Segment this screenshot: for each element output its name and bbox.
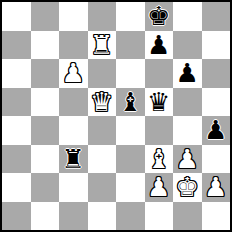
square-a5[interactable] [2, 88, 31, 117]
white-rook-icon: ♜ [90, 32, 113, 58]
square-b3[interactable] [31, 145, 60, 174]
square-g5[interactable] [173, 88, 202, 117]
square-b4[interactable] [31, 116, 60, 145]
square-b5[interactable] [31, 88, 60, 117]
square-f6[interactable] [145, 59, 174, 88]
white-bishop-icon: ♝ [147, 146, 170, 172]
square-h5[interactable] [202, 88, 231, 117]
white-king-icon: ♚ [176, 174, 199, 200]
square-c5[interactable] [59, 88, 88, 117]
square-d2[interactable] [88, 173, 117, 202]
square-d1[interactable] [88, 202, 117, 231]
white-queen-icon: ♛ [90, 89, 113, 115]
square-d7[interactable]: ♜ [88, 31, 117, 60]
square-g2[interactable]: ♚ [173, 173, 202, 202]
black-king-icon: ♚ [147, 3, 170, 29]
square-h3[interactable] [202, 145, 231, 174]
square-g8[interactable] [173, 2, 202, 31]
square-h4[interactable]: ♟ [202, 116, 231, 145]
square-d6[interactable] [88, 59, 117, 88]
square-d5[interactable]: ♛ [88, 88, 117, 117]
square-f2[interactable]: ♟ [145, 173, 174, 202]
square-h2[interactable]: ♟ [202, 173, 231, 202]
square-h1[interactable] [202, 202, 231, 231]
square-c1[interactable] [59, 202, 88, 231]
square-c8[interactable] [59, 2, 88, 31]
square-g6[interactable]: ♟ [173, 59, 202, 88]
square-b1[interactable] [31, 202, 60, 231]
square-f5[interactable]: ♛ [145, 88, 174, 117]
chess-board: ♚♜♟♟♟♛♝♛♟♜♝♟♟♚♟ [0, 0, 232, 232]
square-a2[interactable] [2, 173, 31, 202]
black-pawn-icon: ♟ [204, 117, 227, 143]
white-pawn-icon: ♟ [204, 174, 227, 200]
square-g7[interactable] [173, 31, 202, 60]
square-b8[interactable] [31, 2, 60, 31]
square-a8[interactable] [2, 2, 31, 31]
square-f7[interactable]: ♟ [145, 31, 174, 60]
square-c2[interactable] [59, 173, 88, 202]
square-d4[interactable] [88, 116, 117, 145]
square-g4[interactable] [173, 116, 202, 145]
square-a7[interactable] [2, 31, 31, 60]
square-e2[interactable] [116, 173, 145, 202]
square-h8[interactable] [202, 2, 231, 31]
square-a3[interactable] [2, 145, 31, 174]
black-queen-icon: ♛ [147, 89, 170, 115]
square-f8[interactable]: ♚ [145, 2, 174, 31]
black-bishop-icon: ♝ [119, 89, 142, 115]
square-e6[interactable] [116, 59, 145, 88]
square-b7[interactable] [31, 31, 60, 60]
square-e7[interactable] [116, 31, 145, 60]
square-f3[interactable]: ♝ [145, 145, 174, 174]
square-a6[interactable] [2, 59, 31, 88]
square-h6[interactable] [202, 59, 231, 88]
square-c4[interactable] [59, 116, 88, 145]
square-e5[interactable]: ♝ [116, 88, 145, 117]
square-f4[interactable] [145, 116, 174, 145]
black-pawn-icon: ♟ [176, 60, 199, 86]
square-c6[interactable]: ♟ [59, 59, 88, 88]
chess-diagram: ♚♜♟♟♟♛♝♛♟♜♝♟♟♚♟ [0, 0, 234, 234]
square-d3[interactable] [88, 145, 117, 174]
square-c3[interactable]: ♜ [59, 145, 88, 174]
square-a4[interactable] [2, 116, 31, 145]
square-d8[interactable] [88, 2, 117, 31]
square-c7[interactable] [59, 31, 88, 60]
square-e4[interactable] [116, 116, 145, 145]
square-h7[interactable] [202, 31, 231, 60]
square-e3[interactable] [116, 145, 145, 174]
square-e8[interactable] [116, 2, 145, 31]
square-f1[interactable] [145, 202, 174, 231]
square-b2[interactable] [31, 173, 60, 202]
black-rook-icon: ♜ [62, 146, 85, 172]
square-g3[interactable]: ♟ [173, 145, 202, 174]
square-a1[interactable] [2, 202, 31, 231]
white-pawn-icon: ♟ [62, 60, 85, 86]
white-pawn-icon: ♟ [147, 174, 170, 200]
white-pawn-icon: ♟ [176, 146, 199, 172]
square-e1[interactable] [116, 202, 145, 231]
square-g1[interactable] [173, 202, 202, 231]
black-pawn-icon: ♟ [147, 32, 170, 58]
square-b6[interactable] [31, 59, 60, 88]
